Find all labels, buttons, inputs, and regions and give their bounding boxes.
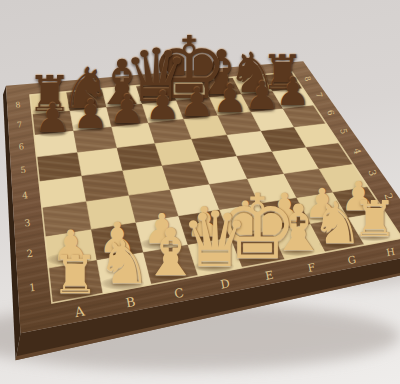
square-c7-grain: [107, 103, 149, 126]
square-c6: [112, 123, 155, 148]
square-b5: [78, 148, 123, 176]
square-c4: [123, 165, 170, 195]
square-b7: [70, 107, 112, 131]
rank-label-left-3: 3: [24, 217, 31, 229]
square-a6: [34, 130, 77, 156]
square-a7-grain: [32, 110, 74, 134]
rank-label-left-5: 5: [20, 165, 27, 176]
rank-label-left-8: 8: [15, 100, 21, 109]
rank-label-left-7: 7: [16, 119, 22, 129]
chessboard-photo: ABCDEFGH1122334455667788 ♜♞♝♛♚♝♞♜♟♟♟♟♟♟♟…: [0, 0, 400, 384]
square-b6-grain: [74, 126, 117, 152]
rank-label-left-2: 2: [26, 248, 33, 260]
chess-board: ABCDEFGH1122334455667788: [0, 0, 400, 384]
rank-label-left-6: 6: [18, 141, 24, 152]
rank-label-left-1: 1: [29, 281, 37, 294]
